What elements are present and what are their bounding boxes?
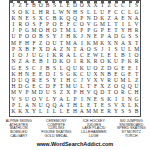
- grid-cell: K: [17, 109, 24, 115]
- word-list: ALPINE SKIINGATHLETESBIATHLONBOBSLEDCALG…: [0, 120, 150, 139]
- word-list-item: TORCH: [113, 135, 151, 139]
- grid-cell: E: [99, 109, 106, 115]
- grid-cell: B: [133, 109, 140, 115]
- grid-cell: K: [10, 109, 17, 115]
- word-list-column: ALPINE SKIINGATHLETESBIATHLONBOBSLEDCALG…: [0, 120, 38, 139]
- grid-cell: E: [65, 109, 72, 115]
- word-list-item: GOLD MEDAL: [38, 135, 76, 139]
- grid-cell: Y: [113, 109, 120, 115]
- letter-grid: JZFBOBSLEDOXXTZCCISSOKLHRLWNHSLLUFCCLGKN…: [10, 3, 140, 115]
- grid-cell: A: [78, 109, 85, 115]
- word-list-item: LUGE: [75, 135, 113, 139]
- word-search-grid: JZFBOBSLEDOXXTZCCISSOKLHRLWNHSLLUFCCLGKN…: [9, 0, 141, 117]
- grid-cell: H: [72, 109, 79, 115]
- grid-cell: Y: [31, 109, 38, 115]
- grid-cell: S: [126, 109, 133, 115]
- grid-cell: M: [92, 109, 99, 115]
- word-list-column: SKI JUMPINGSNOWBOARDSPEED SKATINGST MORI…: [113, 120, 151, 139]
- word-list-item: CALGARY: [0, 135, 38, 139]
- grid-cell: S: [119, 109, 126, 115]
- grid-cell: R: [106, 109, 113, 115]
- word-list-column: ICE HOCKEYJUDGESLAKE PLACIDLILLEHAMMERLU…: [75, 120, 113, 139]
- grid-cell: L: [58, 109, 65, 115]
- grid-cell: M: [85, 109, 92, 115]
- grid-cell: X: [24, 109, 31, 115]
- word-list-column: CEREMONYCOMPETECURLINGFIGURE SKATINGGOLD…: [38, 120, 76, 139]
- grid-cell: L: [51, 109, 58, 115]
- grid-cell: L: [37, 109, 44, 115]
- grid-cell: I: [44, 109, 51, 115]
- site-url[interactable]: www.WordSearchAddict.com: [0, 141, 150, 147]
